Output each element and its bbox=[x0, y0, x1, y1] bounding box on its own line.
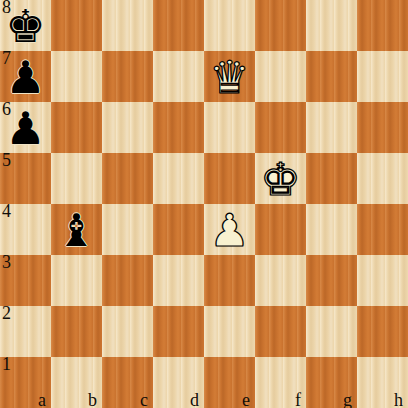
square-e6[interactable] bbox=[204, 102, 255, 153]
square-b2[interactable] bbox=[51, 306, 102, 357]
square-d6[interactable] bbox=[153, 102, 204, 153]
white-king-f5[interactable]: ♚ bbox=[260, 154, 300, 205]
square-h3[interactable] bbox=[357, 255, 408, 306]
square-g3[interactable] bbox=[306, 255, 357, 306]
square-a6[interactable]: 6♟ bbox=[0, 102, 51, 153]
file-label-d: d bbox=[190, 390, 199, 408]
file-label-e: e bbox=[242, 390, 250, 408]
square-e4[interactable]: ♟ bbox=[204, 204, 255, 255]
square-d4[interactable] bbox=[153, 204, 204, 255]
square-a3[interactable]: 3 bbox=[0, 255, 51, 306]
square-f2[interactable] bbox=[255, 306, 306, 357]
square-f3[interactable] bbox=[255, 255, 306, 306]
square-e2[interactable] bbox=[204, 306, 255, 357]
square-h7[interactable] bbox=[357, 51, 408, 102]
square-g5[interactable] bbox=[306, 153, 357, 204]
square-d2[interactable] bbox=[153, 306, 204, 357]
square-b5[interactable] bbox=[51, 153, 102, 204]
square-g1[interactable]: g bbox=[306, 357, 357, 408]
rank-label-2: 2 bbox=[2, 303, 11, 323]
rank-label-5: 5 bbox=[2, 150, 11, 170]
square-d1[interactable]: d bbox=[153, 357, 204, 408]
white-pawn-e4[interactable]: ♟ bbox=[209, 205, 249, 256]
square-e8[interactable] bbox=[204, 0, 255, 51]
square-g4[interactable] bbox=[306, 204, 357, 255]
square-e5[interactable] bbox=[204, 153, 255, 204]
chess-board: 8♚7♟♛6♟5♚4♝♟321abcdefgh bbox=[0, 0, 408, 408]
square-g7[interactable] bbox=[306, 51, 357, 102]
square-h2[interactable] bbox=[357, 306, 408, 357]
square-a8[interactable]: 8♚ bbox=[0, 0, 51, 51]
square-b4[interactable]: ♝ bbox=[51, 204, 102, 255]
rank-label-1: 1 bbox=[2, 354, 11, 374]
black-king-a8[interactable]: ♚ bbox=[5, 1, 45, 52]
square-c3[interactable] bbox=[102, 255, 153, 306]
square-d7[interactable] bbox=[153, 51, 204, 102]
file-label-a: a bbox=[38, 390, 46, 408]
square-f1[interactable]: f bbox=[255, 357, 306, 408]
square-e7[interactable]: ♛ bbox=[204, 51, 255, 102]
square-a1[interactable]: 1a bbox=[0, 357, 51, 408]
square-h5[interactable] bbox=[357, 153, 408, 204]
file-label-c: c bbox=[140, 390, 148, 408]
square-a2[interactable]: 2 bbox=[0, 306, 51, 357]
square-g8[interactable] bbox=[306, 0, 357, 51]
file-label-g: g bbox=[343, 390, 352, 408]
square-b7[interactable] bbox=[51, 51, 102, 102]
white-queen-e7[interactable]: ♛ bbox=[209, 52, 249, 103]
square-f7[interactable] bbox=[255, 51, 306, 102]
square-h8[interactable] bbox=[357, 0, 408, 51]
square-a4[interactable]: 4 bbox=[0, 204, 51, 255]
rank-label-4: 4 bbox=[2, 201, 11, 221]
file-label-f: f bbox=[295, 390, 301, 408]
square-g6[interactable] bbox=[306, 102, 357, 153]
file-label-b: b bbox=[88, 390, 97, 408]
square-f4[interactable] bbox=[255, 204, 306, 255]
square-c5[interactable] bbox=[102, 153, 153, 204]
square-c7[interactable] bbox=[102, 51, 153, 102]
square-a5[interactable]: 5 bbox=[0, 153, 51, 204]
square-h6[interactable] bbox=[357, 102, 408, 153]
square-h1[interactable]: h bbox=[357, 357, 408, 408]
square-f8[interactable] bbox=[255, 0, 306, 51]
square-h4[interactable] bbox=[357, 204, 408, 255]
square-b3[interactable] bbox=[51, 255, 102, 306]
square-f6[interactable] bbox=[255, 102, 306, 153]
square-b8[interactable] bbox=[51, 0, 102, 51]
square-b1[interactable]: b bbox=[51, 357, 102, 408]
square-d5[interactable] bbox=[153, 153, 204, 204]
rank-label-3: 3 bbox=[2, 252, 11, 272]
square-c6[interactable] bbox=[102, 102, 153, 153]
square-c2[interactable] bbox=[102, 306, 153, 357]
square-c1[interactable]: c bbox=[102, 357, 153, 408]
square-d8[interactable] bbox=[153, 0, 204, 51]
square-c4[interactable] bbox=[102, 204, 153, 255]
square-e1[interactable]: e bbox=[204, 357, 255, 408]
square-c8[interactable] bbox=[102, 0, 153, 51]
square-d3[interactable] bbox=[153, 255, 204, 306]
square-a7[interactable]: 7♟ bbox=[0, 51, 51, 102]
file-label-h: h bbox=[394, 390, 403, 408]
black-pawn-a6[interactable]: ♟ bbox=[5, 103, 45, 154]
black-bishop-b4[interactable]: ♝ bbox=[56, 205, 96, 256]
square-b6[interactable] bbox=[51, 102, 102, 153]
square-e3[interactable] bbox=[204, 255, 255, 306]
square-g2[interactable] bbox=[306, 306, 357, 357]
square-f5[interactable]: ♚ bbox=[255, 153, 306, 204]
black-pawn-a7[interactable]: ♟ bbox=[5, 52, 45, 103]
